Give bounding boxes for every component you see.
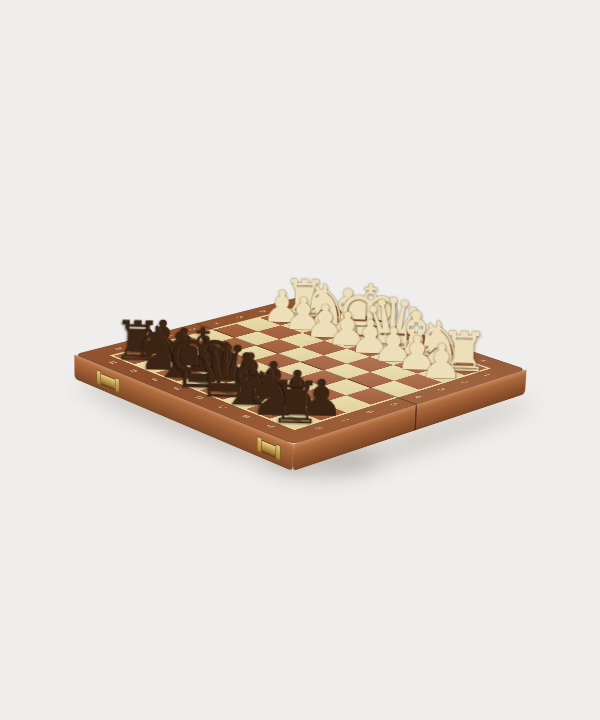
rank-label-5-right: 5 xyxy=(385,401,403,407)
file-label-g-near: G xyxy=(125,368,142,374)
rank-label-2-right: 2 xyxy=(455,379,472,385)
fold-seam xyxy=(414,405,417,431)
file-label-h-near: H xyxy=(104,360,121,366)
rank-label-1-right: 1 xyxy=(478,372,495,378)
brass-clasp xyxy=(99,372,117,390)
rank-label-7-right: 7 xyxy=(335,417,353,423)
file-label-f-near: F xyxy=(147,377,164,383)
studio-background: HHGGFFEEDDCCBBAA1122334455667788♜♞♝♛♚♝♞♜… xyxy=(0,0,600,720)
rank-label-6-right: 6 xyxy=(360,409,378,415)
file-label-a-near: A xyxy=(262,423,281,430)
rank-label-4-right: 4 xyxy=(409,394,427,400)
brass-clasp xyxy=(260,439,278,458)
rank-label-8-right: 8 xyxy=(309,425,328,432)
file-label-e-near: E xyxy=(169,386,187,392)
file-label-d-near: D xyxy=(191,395,209,401)
file-label-c-near: C xyxy=(214,404,232,410)
file-label-b-near: B xyxy=(238,414,256,420)
rank-label-3-right: 3 xyxy=(432,386,450,392)
